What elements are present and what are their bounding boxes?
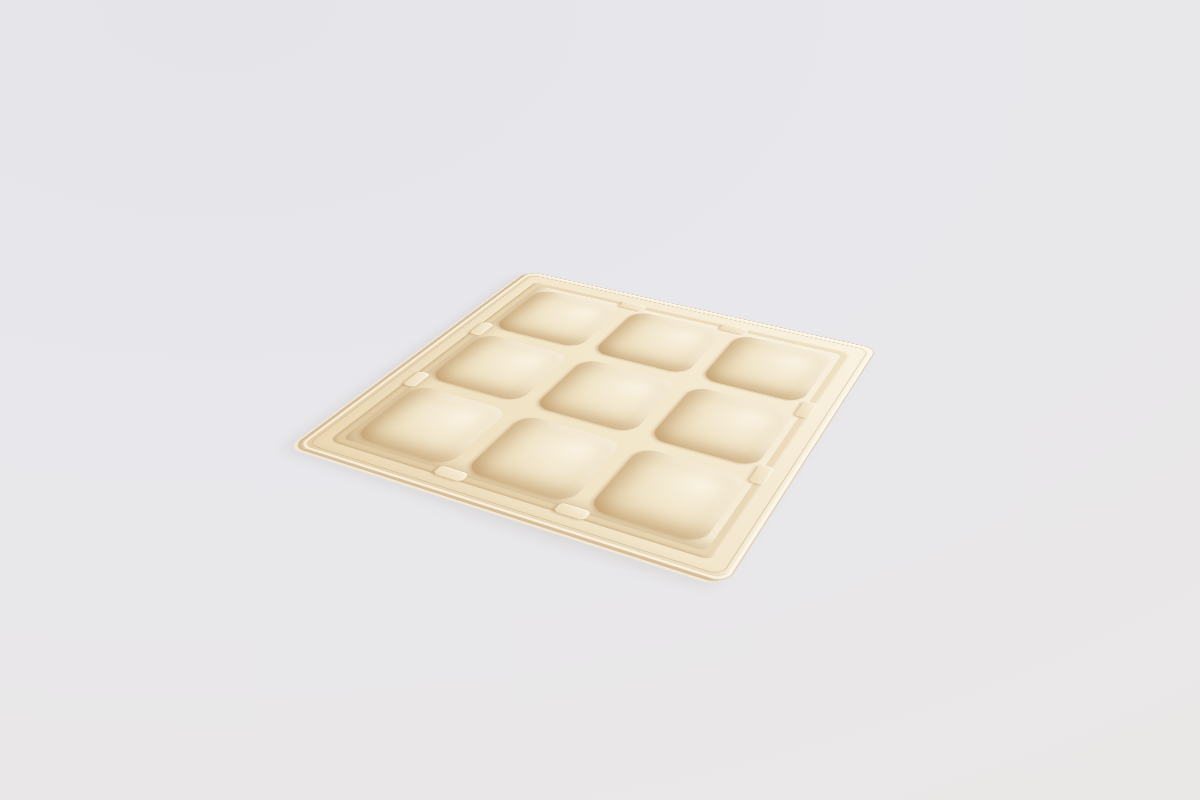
compartment-r2c2 bbox=[534, 359, 678, 434]
pulp-tray bbox=[296, 271, 877, 583]
tray-scene bbox=[296, 271, 877, 583]
tray-well bbox=[342, 286, 841, 551]
studio-background bbox=[0, 0, 1200, 800]
